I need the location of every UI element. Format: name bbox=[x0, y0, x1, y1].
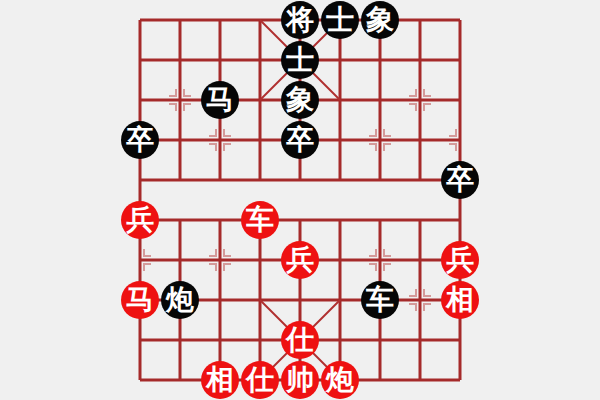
piece-red-elephant[interactable]: 相 bbox=[441, 281, 479, 319]
piece-red-cannon[interactable]: 炮 bbox=[321, 361, 359, 399]
piece-black-soldier[interactable]: 卒 bbox=[121, 121, 159, 159]
piece-black-advisor[interactable]: 士 bbox=[281, 41, 319, 79]
piece-red-general[interactable]: 帅 bbox=[281, 361, 319, 399]
piece-red-horse[interactable]: 马 bbox=[121, 281, 159, 319]
xiangqi-board[interactable]: 将士象士马象卒卒卒炮车兵车兵兵马相仕相仕帅炮 bbox=[120, 0, 480, 400]
xiangqi-app: 将士象士马象卒卒卒炮车兵车兵兵马相仕相仕帅炮 bbox=[0, 0, 600, 400]
piece-black-elephant[interactable]: 象 bbox=[281, 81, 319, 119]
piece-red-advisor[interactable]: 仕 bbox=[241, 361, 279, 399]
piece-red-chariot[interactable]: 车 bbox=[241, 201, 279, 239]
piece-black-chariot[interactable]: 车 bbox=[361, 281, 399, 319]
piece-red-advisor[interactable]: 仕 bbox=[281, 321, 319, 359]
piece-black-horse[interactable]: 马 bbox=[201, 81, 239, 119]
piece-black-general[interactable]: 将 bbox=[281, 1, 319, 39]
piece-red-elephant[interactable]: 相 bbox=[201, 361, 239, 399]
piece-black-advisor[interactable]: 士 bbox=[321, 1, 359, 39]
piece-red-soldier[interactable]: 兵 bbox=[121, 201, 159, 239]
piece-black-cannon[interactable]: 炮 bbox=[161, 281, 199, 319]
piece-black-soldier[interactable]: 卒 bbox=[281, 121, 319, 159]
piece-red-soldier[interactable]: 兵 bbox=[281, 241, 319, 279]
piece-black-elephant[interactable]: 象 bbox=[361, 1, 399, 39]
piece-red-soldier[interactable]: 兵 bbox=[441, 241, 479, 279]
piece-black-soldier[interactable]: 卒 bbox=[441, 161, 479, 199]
